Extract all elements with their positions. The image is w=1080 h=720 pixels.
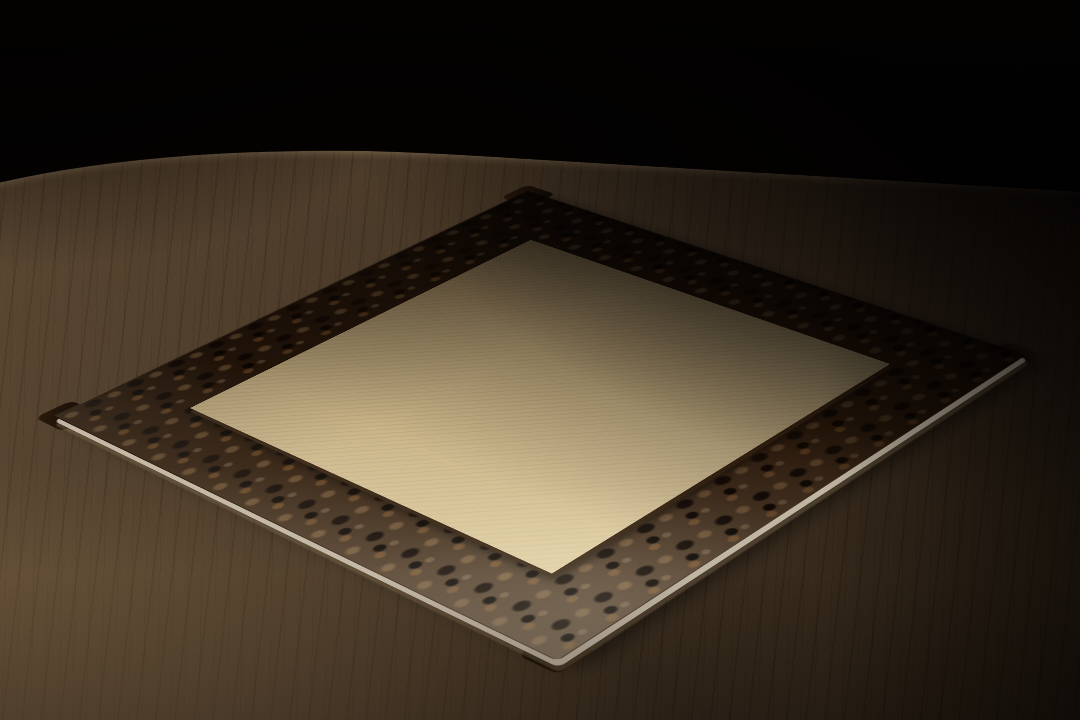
photo-stage: [0, 0, 1080, 720]
board-plane: [213, 248, 868, 560]
